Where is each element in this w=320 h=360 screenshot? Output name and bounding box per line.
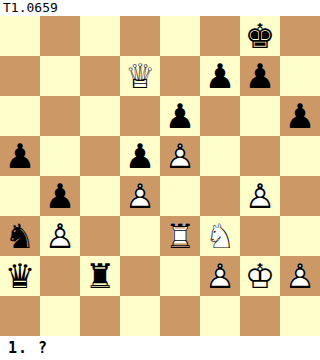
square-h3[interactable] xyxy=(280,216,320,256)
square-g2[interactable]: ♚♔ xyxy=(240,256,280,296)
square-c6[interactable] xyxy=(80,96,120,136)
square-a3[interactable]: ♞ xyxy=(0,216,40,256)
square-g5[interactable] xyxy=(240,136,280,176)
square-g8[interactable]: ♚ xyxy=(240,16,280,56)
white-queen[interactable]: ♛♕ xyxy=(120,56,160,96)
square-e8[interactable] xyxy=(160,16,200,56)
black-pawn[interactable]: ♟ xyxy=(0,136,40,176)
chess-puzzle-page: T1.0659 ♚♛♕♟♟♟♟♟♟♟♙♟♟♙♟♙♞♟♙♜♖♞♘♛♜♟♙♚♔♟♙ … xyxy=(0,0,320,360)
black-pawn[interactable]: ♟ xyxy=(200,56,240,96)
white-piece-outline: ♕ xyxy=(120,56,160,96)
square-f3[interactable]: ♞♘ xyxy=(200,216,240,256)
black-pawn[interactable]: ♟ xyxy=(240,56,280,96)
white-pawn[interactable]: ♟♙ xyxy=(120,176,160,216)
square-a6[interactable] xyxy=(0,96,40,136)
square-g4[interactable]: ♟♙ xyxy=(240,176,280,216)
square-b4[interactable]: ♟ xyxy=(40,176,80,216)
black-queen[interactable]: ♛ xyxy=(0,256,40,296)
square-a5[interactable]: ♟ xyxy=(0,136,40,176)
white-piece-outline: ♘ xyxy=(200,216,240,256)
black-pawn[interactable]: ♟ xyxy=(40,176,80,216)
black-king[interactable]: ♚ xyxy=(240,16,280,56)
square-d5[interactable]: ♟ xyxy=(120,136,160,176)
white-piece-outline: ♙ xyxy=(120,176,160,216)
square-h8[interactable] xyxy=(280,16,320,56)
square-b2[interactable] xyxy=(40,256,80,296)
white-pawn[interactable]: ♟♙ xyxy=(200,256,240,296)
square-c8[interactable] xyxy=(80,16,120,56)
white-piece-outline: ♙ xyxy=(40,216,80,256)
square-a8[interactable] xyxy=(0,16,40,56)
square-d4[interactable]: ♟♙ xyxy=(120,176,160,216)
square-g1[interactable] xyxy=(240,296,280,336)
square-d1[interactable] xyxy=(120,296,160,336)
square-f4[interactable] xyxy=(200,176,240,216)
chess-board: ♚♛♕♟♟♟♟♟♟♟♙♟♟♙♟♙♞♟♙♜♖♞♘♛♜♟♙♚♔♟♙ xyxy=(0,16,320,336)
white-pawn[interactable]: ♟♙ xyxy=(240,176,280,216)
square-b3[interactable]: ♟♙ xyxy=(40,216,80,256)
square-e4[interactable] xyxy=(160,176,200,216)
square-c7[interactable] xyxy=(80,56,120,96)
square-f2[interactable]: ♟♙ xyxy=(200,256,240,296)
square-d7[interactable]: ♛♕ xyxy=(120,56,160,96)
square-f7[interactable]: ♟ xyxy=(200,56,240,96)
white-pawn[interactable]: ♟♙ xyxy=(280,256,320,296)
square-h5[interactable] xyxy=(280,136,320,176)
square-f8[interactable] xyxy=(200,16,240,56)
black-knight[interactable]: ♞ xyxy=(0,216,40,256)
square-c3[interactable] xyxy=(80,216,120,256)
square-h4[interactable] xyxy=(280,176,320,216)
square-a7[interactable] xyxy=(0,56,40,96)
square-b7[interactable] xyxy=(40,56,80,96)
square-h6[interactable]: ♟ xyxy=(280,96,320,136)
move-prompt: 1. ? xyxy=(8,339,48,357)
white-knight[interactable]: ♞♘ xyxy=(200,216,240,256)
square-c5[interactable] xyxy=(80,136,120,176)
white-king[interactable]: ♚♔ xyxy=(240,256,280,296)
square-e6[interactable]: ♟ xyxy=(160,96,200,136)
white-piece-outline: ♙ xyxy=(200,256,240,296)
black-pawn[interactable]: ♟ xyxy=(280,96,320,136)
square-e3[interactable]: ♜♖ xyxy=(160,216,200,256)
black-pawn[interactable]: ♟ xyxy=(120,136,160,176)
square-d2[interactable] xyxy=(120,256,160,296)
white-piece-outline: ♔ xyxy=(240,256,280,296)
square-h1[interactable] xyxy=(280,296,320,336)
puzzle-id: T1.0659 xyxy=(3,1,58,15)
square-h7[interactable] xyxy=(280,56,320,96)
square-h2[interactable]: ♟♙ xyxy=(280,256,320,296)
square-d8[interactable] xyxy=(120,16,160,56)
square-g7[interactable]: ♟ xyxy=(240,56,280,96)
square-f6[interactable] xyxy=(200,96,240,136)
square-e2[interactable] xyxy=(160,256,200,296)
white-pawn[interactable]: ♟♙ xyxy=(40,216,80,256)
square-c2[interactable]: ♜ xyxy=(80,256,120,296)
square-g3[interactable] xyxy=(240,216,280,256)
square-b1[interactable] xyxy=(40,296,80,336)
square-e5[interactable]: ♟♙ xyxy=(160,136,200,176)
square-d6[interactable] xyxy=(120,96,160,136)
black-pawn[interactable]: ♟ xyxy=(160,96,200,136)
square-g6[interactable] xyxy=(240,96,280,136)
square-c4[interactable] xyxy=(80,176,120,216)
white-pawn[interactable]: ♟♙ xyxy=(160,136,200,176)
square-b8[interactable] xyxy=(40,16,80,56)
black-rook[interactable]: ♜ xyxy=(80,256,120,296)
white-piece-outline: ♙ xyxy=(280,256,320,296)
white-rook[interactable]: ♜♖ xyxy=(160,216,200,256)
white-piece-outline: ♙ xyxy=(160,136,200,176)
square-a4[interactable] xyxy=(0,176,40,216)
square-a1[interactable] xyxy=(0,296,40,336)
square-a2[interactable]: ♛ xyxy=(0,256,40,296)
square-b5[interactable] xyxy=(40,136,80,176)
square-e7[interactable] xyxy=(160,56,200,96)
square-b6[interactable] xyxy=(40,96,80,136)
square-f1[interactable] xyxy=(200,296,240,336)
square-c1[interactable] xyxy=(80,296,120,336)
white-piece-outline: ♖ xyxy=(160,216,200,256)
white-piece-outline: ♙ xyxy=(240,176,280,216)
square-f5[interactable] xyxy=(200,136,240,176)
square-e1[interactable] xyxy=(160,296,200,336)
square-d3[interactable] xyxy=(120,216,160,256)
